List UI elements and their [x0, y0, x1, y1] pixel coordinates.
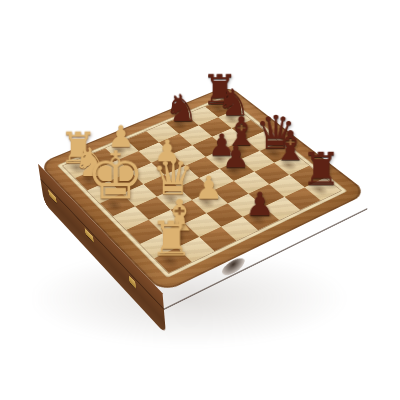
piece-shadow	[194, 194, 218, 211]
piece-shadow	[245, 210, 270, 227]
product-photo-canvas: ♜♞♛♝♜♝♞♟♟♟♟♟♟♛♝♜♞♚♜	[0, 0, 400, 400]
piece-shadow	[307, 181, 332, 197]
